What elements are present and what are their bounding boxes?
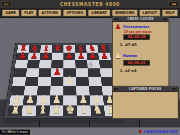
square-a1[interactable]: ♜	[8, 105, 23, 116]
captured-pieces-window[interactable]: CAPTURED PIECES	[112, 86, 179, 119]
player-name: Human	[123, 54, 138, 58]
window-cap-icon[interactable]	[114, 18, 119, 21]
white-pawn[interactable]: ♟	[65, 74, 74, 87]
clocks-window-body: ♟ Chessmaster 10 sec per move 00:00:00 1…	[113, 22, 169, 76]
player-name: Chessmaster	[123, 24, 150, 28]
chess-board[interactable]: ♜♞♝♛♚♝♞♜♟♟♟♟♟♟♟♟♟♟♟♟♟♟♟♟♜♞♝♛♚♝♞♜	[3, 43, 124, 119]
menu-item-options[interactable]: Options	[63, 10, 86, 17]
square-d7[interactable]	[52, 53, 64, 61]
white-bishop[interactable]: ♝	[38, 102, 48, 117]
status-text: It's White's move	[2, 130, 28, 133]
window-menu-icon[interactable]: ≡≡	[1, 2, 11, 7]
red-pawn[interactable]: ♟	[77, 50, 85, 61]
square-c6[interactable]	[39, 60, 51, 68]
square-f1[interactable]: ♝	[77, 105, 91, 116]
clocks-window[interactable]: CHESS CLOCKS ♟ Chessmaster 10 sec per mo…	[112, 16, 169, 87]
player-row-chessmaster: ♟ Chessmaster	[115, 23, 166, 30]
square-h6[interactable]	[99, 60, 112, 68]
square-b1[interactable]: ♞	[22, 105, 37, 116]
menu-item-play[interactable]: Play	[21, 10, 37, 17]
window-controls-icon[interactable]: ▪▪	[169, 2, 179, 7]
human-clock: 00:00:01	[124, 60, 150, 65]
square-d1[interactable]: ♛	[49, 105, 63, 116]
square-e3[interactable]	[63, 86, 76, 95]
chessmaster-last-move: 1. d7-d5	[120, 43, 167, 47]
square-a7[interactable]: ♟	[16, 53, 29, 61]
square-e7[interactable]: ♟	[63, 53, 75, 61]
menu-item-library[interactable]: Library	[88, 10, 110, 17]
captured-window-titlebar[interactable]: CAPTURED PIECES	[113, 87, 178, 92]
red-pawn[interactable]: ♟	[53, 66, 61, 78]
square-e4[interactable]: ♟	[63, 77, 76, 86]
square-c5[interactable]	[38, 68, 51, 77]
red-pawn[interactable]: ♟	[42, 50, 50, 61]
clock-value: 00:00:00	[128, 35, 146, 39]
white-rook[interactable]: ♜	[10, 102, 21, 117]
board-grid: ♜♞♝♛♚♝♞♜♟♟♟♟♟♟♟♟♟♟♟♟♟♟♟♟♜♞♝♛♚♝♞♜	[7, 45, 118, 116]
captured-pieces-tray	[113, 92, 178, 118]
window-title: CHESSMASTER 4000	[60, 1, 120, 6]
square-c1[interactable]: ♝	[36, 105, 50, 116]
square-h7[interactable]: ♟	[98, 53, 111, 61]
red-queen[interactable]: ♛	[54, 43, 62, 53]
window-cap-icon[interactable]	[172, 88, 177, 91]
red-pawn[interactable]: ♟	[100, 50, 109, 61]
status-message: It's White's move	[0, 130, 30, 135]
red-pawn[interactable]: ♟	[65, 50, 73, 61]
title-bar: ≡≡ CHESSMASTER 4000 ▪▪	[0, 0, 180, 9]
square-b7[interactable]: ♟	[28, 53, 40, 61]
logo-text: CHESSMASTER	[143, 129, 177, 133]
chessmaster-clock: 00:00:00	[124, 35, 150, 40]
knight-logo-icon: ♞	[138, 129, 142, 134]
square-g1[interactable]: ♞	[90, 105, 105, 116]
square-f7[interactable]: ♟	[75, 53, 87, 61]
time-control-label: 10 sec per move	[124, 30, 167, 33]
white-pawn-icon: ♟	[115, 53, 121, 60]
board-area: ♜♞♝♛♚♝♞♜♟♟♟♟♟♟♟♟♟♟♟♟♟♟♟♟♜♞♝♛♚♝♞♜	[3, 22, 125, 119]
white-knight[interactable]: ♞	[92, 102, 102, 117]
clocks-window-titlebar[interactable]: CHESS CLOCKS	[113, 17, 169, 22]
red-pawn-icon: ♟	[115, 23, 121, 30]
square-d4[interactable]	[51, 77, 64, 86]
menu-item-actions[interactable]: Actions	[38, 10, 61, 17]
square-f4[interactable]	[76, 77, 89, 86]
square-a6[interactable]	[15, 60, 28, 68]
app-window: ≡≡ CHESSMASTER 4000 ▪▪ GamePlayActionsOp…	[0, 0, 180, 135]
menu-item-game[interactable]: Game	[2, 10, 19, 17]
status-bar: It's White's move ♞ CHESSMASTER	[0, 127, 180, 135]
white-king[interactable]: ♚	[66, 102, 75, 117]
square-d8[interactable]: ♛	[52, 45, 64, 52]
square-a4[interactable]	[12, 77, 26, 86]
red-pawn[interactable]: ♟	[30, 50, 39, 61]
square-c4[interactable]	[38, 77, 51, 86]
player-row-human: ♟ Human	[115, 53, 166, 60]
captured-window-title: CAPTURED PIECES	[129, 87, 161, 90]
clock-value: 00:00:01	[128, 61, 146, 65]
square-g4[interactable]	[88, 77, 101, 86]
white-queen[interactable]: ♛	[52, 102, 61, 117]
window-cap-icon[interactable]	[162, 18, 167, 21]
square-f5[interactable]	[76, 68, 89, 77]
square-d5[interactable]: ♟	[51, 68, 63, 77]
square-b5[interactable]	[26, 68, 39, 77]
square-e6[interactable]	[63, 60, 75, 68]
clocks-window-title: CHESS CLOCKS	[127, 17, 153, 20]
white-knight[interactable]: ♞	[24, 102, 34, 117]
square-b4[interactable]	[25, 77, 38, 86]
white-bishop[interactable]: ♝	[79, 102, 89, 117]
app-logo: ♞ CHESSMASTER	[138, 129, 177, 134]
red-pawn[interactable]: ♟	[18, 50, 27, 61]
human-last-move: 1. e2-e4	[120, 69, 167, 73]
square-e1[interactable]: ♚	[63, 105, 77, 116]
square-c7[interactable]: ♟	[40, 53, 52, 61]
square-a5[interactable]	[13, 68, 26, 77]
window-cap-icon[interactable]	[114, 88, 119, 91]
square-b6[interactable]	[27, 60, 40, 68]
